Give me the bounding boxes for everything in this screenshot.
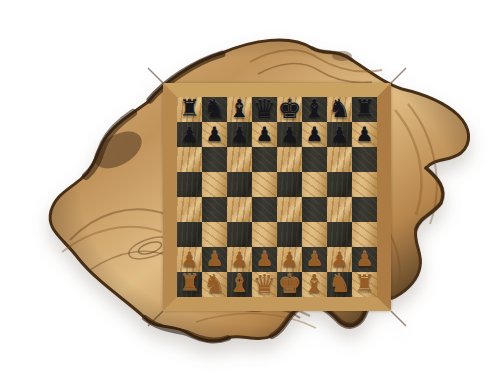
square-d7[interactable]: ♟ (252, 122, 277, 147)
piece-white-queen[interactable]: ♛ (253, 271, 276, 297)
piece-black-rook[interactable]: ♜ (354, 97, 375, 120)
piece-black-pawn[interactable]: ♟ (256, 124, 274, 144)
square-g8[interactable]: ♞ (327, 97, 352, 122)
square-f8[interactable]: ♝ (302, 97, 327, 122)
piece-white-king[interactable]: ♚ (277, 270, 301, 297)
piece-white-pawn[interactable]: ♟ (306, 249, 324, 269)
square-g1[interactable]: ♞ (327, 272, 352, 297)
square-f4[interactable] (302, 197, 327, 222)
square-d6[interactable] (252, 147, 277, 172)
square-h8[interactable]: ♜ (352, 97, 377, 122)
piece-white-pawn[interactable]: ♟ (231, 249, 249, 269)
piece-black-knight[interactable]: ♞ (203, 96, 225, 121)
piece-white-bishop[interactable]: ♝ (228, 271, 250, 296)
square-g7[interactable]: ♟ (327, 122, 352, 147)
square-g5[interactable] (327, 172, 352, 197)
square-d4[interactable] (252, 197, 277, 222)
piece-black-pawn[interactable]: ♟ (281, 124, 299, 144)
square-h7[interactable]: ♟ (352, 122, 377, 147)
square-f7[interactable]: ♟ (302, 122, 327, 147)
piece-black-pawn[interactable]: ♟ (206, 124, 224, 144)
piece-white-bishop[interactable]: ♝ (303, 271, 325, 296)
piece-white-pawn[interactable]: ♟ (181, 249, 199, 269)
piece-white-pawn[interactable]: ♟ (281, 249, 299, 269)
square-d8[interactable]: ♛ (252, 97, 277, 122)
piece-white-knight[interactable]: ♞ (203, 271, 225, 296)
square-a1[interactable]: ♜ (177, 272, 202, 297)
piece-white-pawn[interactable]: ♟ (256, 249, 274, 269)
piece-white-pawn[interactable]: ♟ (206, 249, 224, 269)
piece-black-king[interactable]: ♚ (277, 95, 301, 122)
piece-black-pawn[interactable]: ♟ (231, 124, 249, 144)
square-a3[interactable] (177, 222, 202, 247)
square-e4[interactable] (277, 197, 302, 222)
square-b7[interactable]: ♟ (202, 122, 227, 147)
piece-black-pawn[interactable]: ♟ (331, 124, 349, 144)
square-a2[interactable]: ♟ (177, 247, 202, 272)
piece-white-knight[interactable]: ♞ (328, 271, 350, 296)
square-g4[interactable] (327, 197, 352, 222)
piece-white-pawn[interactable]: ♟ (331, 249, 349, 269)
piece-black-pawn[interactable]: ♟ (306, 124, 324, 144)
square-g3[interactable] (327, 222, 352, 247)
square-a5[interactable] (177, 172, 202, 197)
square-h1[interactable]: ♜ (352, 272, 377, 297)
square-e8[interactable]: ♚ (277, 97, 302, 122)
square-b5[interactable] (202, 172, 227, 197)
square-d1[interactable]: ♛ (252, 272, 277, 297)
square-e6[interactable] (277, 147, 302, 172)
square-e7[interactable]: ♟ (277, 122, 302, 147)
square-b1[interactable]: ♞ (202, 272, 227, 297)
square-a8[interactable]: ♜ (177, 97, 202, 122)
piece-black-bishop[interactable]: ♝ (228, 96, 250, 121)
square-e1[interactable]: ♚ (277, 272, 302, 297)
square-c6[interactable] (227, 147, 252, 172)
piece-white-rook[interactable]: ♜ (179, 272, 200, 295)
square-f6[interactable] (302, 147, 327, 172)
square-h6[interactable] (352, 147, 377, 172)
piece-black-pawn[interactable]: ♟ (356, 124, 374, 144)
square-a7[interactable]: ♟ (177, 122, 202, 147)
square-e3[interactable] (277, 222, 302, 247)
square-h2[interactable]: ♟ (352, 247, 377, 272)
square-g6[interactable] (327, 147, 352, 172)
square-b4[interactable] (202, 197, 227, 222)
piece-white-rook[interactable]: ♜ (354, 272, 375, 295)
square-a6[interactable] (177, 147, 202, 172)
square-d5[interactable] (252, 172, 277, 197)
square-f5[interactable] (302, 172, 327, 197)
square-a4[interactable] (177, 197, 202, 222)
square-d3[interactable] (252, 222, 277, 247)
square-c5[interactable] (227, 172, 252, 197)
square-c4[interactable] (227, 197, 252, 222)
square-f1[interactable]: ♝ (302, 272, 327, 297)
square-c7[interactable]: ♟ (227, 122, 252, 147)
square-h5[interactable] (352, 172, 377, 197)
square-b6[interactable] (202, 147, 227, 172)
square-h4[interactable] (352, 197, 377, 222)
square-b8[interactable]: ♞ (202, 97, 227, 122)
square-e5[interactable] (277, 172, 302, 197)
chess-board: ♜♞♝♛♚♝♞♜♟♟♟♟♟♟♟♟♟♟♟♟♟♟♟♟♜♞♝♛♚♝♞♜ (177, 97, 377, 297)
piece-black-rook[interactable]: ♜ (179, 97, 200, 120)
piece-black-queen[interactable]: ♛ (253, 96, 276, 122)
square-h3[interactable] (352, 222, 377, 247)
piece-black-pawn[interactable]: ♟ (181, 124, 199, 144)
square-b3[interactable] (202, 222, 227, 247)
square-c1[interactable]: ♝ (227, 272, 252, 297)
piece-white-pawn[interactable]: ♟ (356, 249, 374, 269)
piece-black-bishop[interactable]: ♝ (303, 96, 325, 121)
piece-black-knight[interactable]: ♞ (328, 96, 350, 121)
square-c8[interactable]: ♝ (227, 97, 252, 122)
square-f3[interactable] (302, 222, 327, 247)
square-c3[interactable] (227, 222, 252, 247)
board-frame: ♜♞♝♛♚♝♞♜♟♟♟♟♟♟♟♟♟♟♟♟♟♟♟♟♜♞♝♛♚♝♞♜ (163, 83, 391, 311)
chess-set-product-photo: ♜♞♝♛♚♝♞♜♟♟♟♟♟♟♟♟♟♟♟♟♟♟♟♟♜♞♝♛♚♝♞♜ (0, 0, 500, 375)
